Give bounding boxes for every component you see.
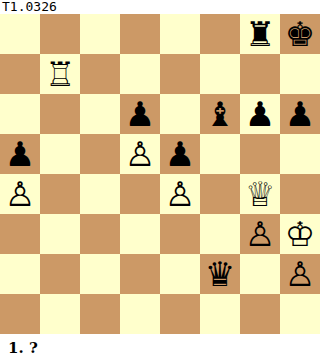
square-a6[interactable] xyxy=(0,94,40,134)
piece-bk: ♚ xyxy=(285,14,315,54)
piece-wq: ♕ xyxy=(245,174,275,214)
piece-wp: ♙ xyxy=(245,214,275,254)
square-c1[interactable] xyxy=(80,294,120,334)
square-e7[interactable] xyxy=(160,54,200,94)
square-g2[interactable] xyxy=(240,254,280,294)
piece-bp: ♟ xyxy=(5,134,35,174)
square-h5[interactable] xyxy=(280,134,320,174)
piece-wp: ♙ xyxy=(285,254,315,294)
piece-wp: ♙ xyxy=(5,174,35,214)
square-h1[interactable] xyxy=(280,294,320,334)
square-h3[interactable]: ♔ xyxy=(280,214,320,254)
square-a3[interactable] xyxy=(0,214,40,254)
square-e8[interactable] xyxy=(160,14,200,54)
square-d7[interactable] xyxy=(120,54,160,94)
square-b8[interactable] xyxy=(40,14,80,54)
piece-bp: ♟ xyxy=(285,94,315,134)
square-a4[interactable]: ♙ xyxy=(0,174,40,214)
square-f6[interactable]: ♝ xyxy=(200,94,240,134)
square-g7[interactable] xyxy=(240,54,280,94)
square-f4[interactable] xyxy=(200,174,240,214)
square-e6[interactable] xyxy=(160,94,200,134)
square-d6[interactable]: ♟ xyxy=(120,94,160,134)
square-b6[interactable] xyxy=(40,94,80,134)
piece-br: ♜ xyxy=(245,14,275,54)
square-f7[interactable] xyxy=(200,54,240,94)
square-g1[interactable] xyxy=(240,294,280,334)
square-g5[interactable] xyxy=(240,134,280,174)
square-e1[interactable] xyxy=(160,294,200,334)
square-b2[interactable] xyxy=(40,254,80,294)
square-a2[interactable] xyxy=(0,254,40,294)
square-b1[interactable] xyxy=(40,294,80,334)
square-h6[interactable]: ♟ xyxy=(280,94,320,134)
square-e3[interactable] xyxy=(160,214,200,254)
square-a1[interactable] xyxy=(0,294,40,334)
square-g8[interactable]: ♜ xyxy=(240,14,280,54)
piece-bb: ♝ xyxy=(205,94,235,134)
piece-bp: ♟ xyxy=(125,94,155,134)
square-h8[interactable]: ♚ xyxy=(280,14,320,54)
piece-wp: ♙ xyxy=(125,134,155,174)
square-b3[interactable] xyxy=(40,214,80,254)
square-f3[interactable] xyxy=(200,214,240,254)
piece-bq: ♛ xyxy=(205,254,235,294)
piece-bp: ♟ xyxy=(165,134,195,174)
square-a8[interactable] xyxy=(0,14,40,54)
square-b5[interactable] xyxy=(40,134,80,174)
square-f8[interactable] xyxy=(200,14,240,54)
square-e2[interactable] xyxy=(160,254,200,294)
square-c5[interactable] xyxy=(80,134,120,174)
square-g3[interactable]: ♙ xyxy=(240,214,280,254)
square-b7[interactable]: ♖ xyxy=(40,54,80,94)
square-e4[interactable]: ♙ xyxy=(160,174,200,214)
square-a7[interactable] xyxy=(0,54,40,94)
piece-wr: ♖ xyxy=(45,54,75,94)
chess-board: ♜♚♖♟♝♟♟♟♙♟♙♙♕♙♔♛♙ xyxy=(0,14,320,334)
piece-wk: ♔ xyxy=(285,214,315,254)
square-g4[interactable]: ♕ xyxy=(240,174,280,214)
square-d2[interactable] xyxy=(120,254,160,294)
square-e5[interactable]: ♟ xyxy=(160,134,200,174)
piece-wp: ♙ xyxy=(165,174,195,214)
piece-bp: ♟ xyxy=(245,94,275,134)
square-g6[interactable]: ♟ xyxy=(240,94,280,134)
square-h4[interactable] xyxy=(280,174,320,214)
puzzle-id: T1.0326 xyxy=(0,0,320,14)
square-d5[interactable]: ♙ xyxy=(120,134,160,174)
square-c4[interactable] xyxy=(80,174,120,214)
square-d3[interactable] xyxy=(120,214,160,254)
square-d8[interactable] xyxy=(120,14,160,54)
square-c8[interactable] xyxy=(80,14,120,54)
square-d1[interactable] xyxy=(120,294,160,334)
square-d4[interactable] xyxy=(120,174,160,214)
square-f1[interactable] xyxy=(200,294,240,334)
square-b4[interactable] xyxy=(40,174,80,214)
square-h7[interactable] xyxy=(280,54,320,94)
square-c7[interactable] xyxy=(80,54,120,94)
square-h2[interactable]: ♙ xyxy=(280,254,320,294)
square-c6[interactable] xyxy=(80,94,120,134)
square-c2[interactable] xyxy=(80,254,120,294)
square-f5[interactable] xyxy=(200,134,240,174)
move-prompt: 1. ? xyxy=(0,334,320,360)
square-a5[interactable]: ♟ xyxy=(0,134,40,174)
square-c3[interactable] xyxy=(80,214,120,254)
square-f2[interactable]: ♛ xyxy=(200,254,240,294)
